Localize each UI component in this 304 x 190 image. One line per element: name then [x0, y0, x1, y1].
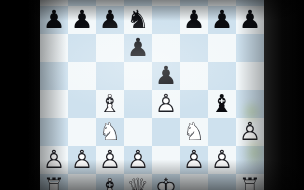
- square-f6[interactable]: [180, 34, 208, 62]
- square-d7[interactable]: ♞: [124, 6, 152, 34]
- square-g3[interactable]: [208, 118, 236, 146]
- square-c4[interactable]: ♗: [96, 90, 124, 118]
- chessboard-viewport: ♜♛♚♝♞♜♟♟♟♞♟♟♟♟♟♗♙♝♘♘♙♙♙♙♙♙♙♖♗♕♔♖: [40, 0, 264, 190]
- piece-white-bishop[interactable]: ♗: [99, 174, 121, 190]
- square-a4[interactable]: [40, 90, 68, 118]
- square-d3[interactable]: [124, 118, 152, 146]
- square-e5[interactable]: ♟: [152, 62, 180, 90]
- square-h3[interactable]: ♙: [236, 118, 264, 146]
- square-f5[interactable]: [180, 62, 208, 90]
- square-e4[interactable]: ♙: [152, 90, 180, 118]
- square-e7[interactable]: [152, 6, 180, 34]
- piece-white-pawn[interactable]: ♙: [71, 146, 93, 174]
- piece-white-rook[interactable]: ♖: [43, 174, 65, 190]
- square-d6[interactable]: ♟: [124, 34, 152, 62]
- video-frame: ♜♛♚♝♞♜♟♟♟♞♟♟♟♟♟♗♙♝♘♘♙♙♙♙♙♙♙♖♗♕♔♖: [0, 0, 304, 190]
- square-d4[interactable]: [124, 90, 152, 118]
- square-h1[interactable]: ♖: [236, 174, 264, 190]
- square-h2[interactable]: [236, 146, 264, 174]
- square-c6[interactable]: [96, 34, 124, 62]
- square-b4[interactable]: [68, 90, 96, 118]
- square-e8[interactable]: ♚: [152, 0, 180, 6]
- piece-white-pawn[interactable]: ♙: [183, 146, 205, 174]
- piece-white-rook[interactable]: ♖: [239, 174, 261, 190]
- piece-white-knight[interactable]: ♘: [99, 118, 121, 146]
- piece-white-pawn[interactable]: ♙: [239, 118, 261, 146]
- piece-white-knight[interactable]: ♘: [183, 118, 205, 146]
- square-g1[interactable]: [208, 174, 236, 190]
- square-e3[interactable]: [152, 118, 180, 146]
- piece-white-pawn[interactable]: ♙: [99, 146, 121, 174]
- piece-black-pawn[interactable]: ♟: [43, 6, 65, 34]
- piece-black-knight[interactable]: ♞: [127, 6, 149, 34]
- square-e6[interactable]: [152, 34, 180, 62]
- square-c2[interactable]: ♙: [96, 146, 124, 174]
- square-f1[interactable]: [180, 174, 208, 190]
- square-h5[interactable]: [236, 62, 264, 90]
- square-d1[interactable]: ♕: [124, 174, 152, 190]
- left-letterbox-bar: [0, 0, 40, 190]
- square-c7[interactable]: ♟: [96, 6, 124, 34]
- piece-black-pawn[interactable]: ♟: [239, 6, 261, 34]
- piece-black-pawn[interactable]: ♟: [99, 6, 121, 34]
- piece-black-king[interactable]: ♚: [155, 0, 177, 6]
- square-f4[interactable]: [180, 90, 208, 118]
- piece-white-pawn[interactable]: ♙: [43, 146, 65, 174]
- right-letterbox-bar: [264, 0, 304, 190]
- square-a2[interactable]: ♙: [40, 146, 68, 174]
- square-b2[interactable]: ♙: [68, 146, 96, 174]
- square-c3[interactable]: ♘: [96, 118, 124, 146]
- piece-black-pawn[interactable]: ♟: [155, 62, 177, 90]
- square-a6[interactable]: [40, 34, 68, 62]
- square-b6[interactable]: [68, 34, 96, 62]
- square-f7[interactable]: ♟: [180, 6, 208, 34]
- square-g6[interactable]: [208, 34, 236, 62]
- piece-black-pawn[interactable]: ♟: [71, 6, 93, 34]
- piece-black-pawn[interactable]: ♟: [127, 34, 149, 62]
- square-g4[interactable]: ♝: [208, 90, 236, 118]
- square-d2[interactable]: ♙: [124, 146, 152, 174]
- square-c1[interactable]: ♗: [96, 174, 124, 190]
- square-b3[interactable]: [68, 118, 96, 146]
- piece-white-pawn[interactable]: ♙: [155, 90, 177, 118]
- piece-white-pawn[interactable]: ♙: [127, 146, 149, 174]
- square-d5[interactable]: [124, 62, 152, 90]
- square-a3[interactable]: [40, 118, 68, 146]
- piece-white-king[interactable]: ♔: [155, 174, 177, 190]
- piece-black-bishop[interactable]: ♝: [211, 90, 233, 118]
- piece-black-pawn[interactable]: ♟: [183, 6, 205, 34]
- square-a7[interactable]: ♟: [40, 6, 68, 34]
- square-b5[interactable]: [68, 62, 96, 90]
- square-e2[interactable]: [152, 146, 180, 174]
- square-f2[interactable]: ♙: [180, 146, 208, 174]
- square-c5[interactable]: [96, 62, 124, 90]
- piece-black-pawn[interactable]: ♟: [211, 6, 233, 34]
- square-h7[interactable]: ♟: [236, 6, 264, 34]
- square-a1[interactable]: ♖: [40, 174, 68, 190]
- square-a5[interactable]: [40, 62, 68, 90]
- square-e1[interactable]: ♔: [152, 174, 180, 190]
- piece-white-pawn[interactable]: ♙: [211, 146, 233, 174]
- square-h6[interactable]: [236, 34, 264, 62]
- chessboard[interactable]: ♜♛♚♝♞♜♟♟♟♞♟♟♟♟♟♗♙♝♘♘♙♙♙♙♙♙♙♖♗♕♔♖: [40, 0, 264, 190]
- square-g5[interactable]: [208, 62, 236, 90]
- square-g2[interactable]: ♙: [208, 146, 236, 174]
- square-g7[interactable]: ♟: [208, 6, 236, 34]
- square-b1[interactable]: [68, 174, 96, 190]
- piece-white-queen[interactable]: ♕: [127, 174, 149, 190]
- square-h4[interactable]: [236, 90, 264, 118]
- piece-white-bishop[interactable]: ♗: [99, 90, 121, 118]
- square-f3[interactable]: ♘: [180, 118, 208, 146]
- square-b7[interactable]: ♟: [68, 6, 96, 34]
